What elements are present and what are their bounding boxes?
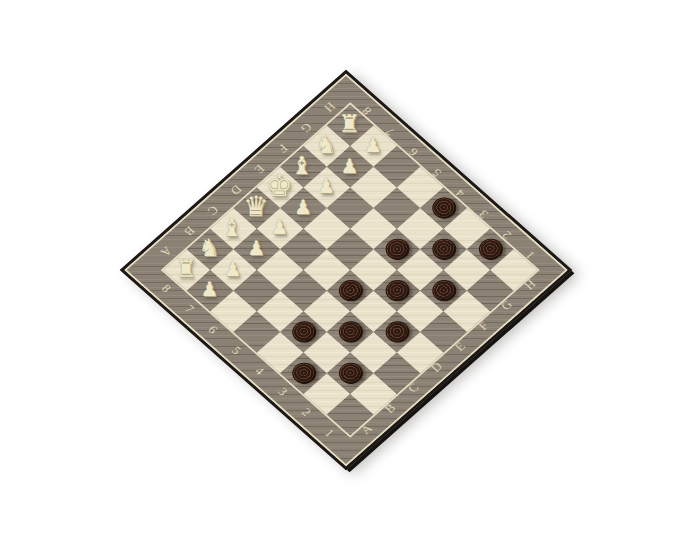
white-pawn[interactable]: ♟ xyxy=(317,176,335,196)
white-pawn[interactable]: ♟ xyxy=(200,279,218,299)
white-king[interactable]: ♚ xyxy=(265,171,292,201)
board-wrap: ABCDEFGH ABCDEFGH 87654321 87654321 ♜♞♝♛… xyxy=(120,70,573,471)
white-pawn[interactable]: ♟ xyxy=(270,217,288,237)
product-photo-scene: ABCDEFGH ABCDEFGH 87654321 87654321 ♜♞♝♛… xyxy=(0,0,700,539)
grid: ♜♞♝♛♚♝♞♜♟♟♟♟♟♟♟♟ xyxy=(164,105,537,435)
white-pawn[interactable]: ♟ xyxy=(363,135,381,155)
white-bishop[interactable]: ♝ xyxy=(291,153,313,178)
white-knight[interactable]: ♞ xyxy=(315,133,337,157)
white-pawn[interactable]: ♟ xyxy=(293,197,311,217)
white-pawn[interactable]: ♟ xyxy=(340,155,358,175)
white-rook[interactable]: ♜ xyxy=(338,112,360,136)
white-knight[interactable]: ♞ xyxy=(198,236,220,260)
white-pawn[interactable]: ♟ xyxy=(247,238,265,258)
white-queen[interactable]: ♛ xyxy=(243,193,268,221)
white-bishop[interactable]: ♝ xyxy=(221,215,243,240)
white-pawn[interactable]: ♟ xyxy=(223,259,241,279)
game-board: ABCDEFGH ABCDEFGH 87654321 87654321 ♜♞♝♛… xyxy=(120,70,573,471)
white-rook[interactable]: ♜ xyxy=(175,257,197,281)
